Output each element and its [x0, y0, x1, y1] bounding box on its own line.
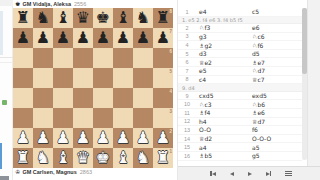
- square-b1[interactable]: ♞: [33, 148, 53, 168]
- square-a4[interactable]: [13, 88, 33, 108]
- square-d2[interactable]: ♟: [73, 128, 93, 148]
- white-move[interactable]: O-O: [196, 126, 252, 133]
- black-move[interactable]: ♗e6: [252, 109, 302, 116]
- square-b2[interactable]: ♟: [33, 128, 53, 148]
- move-number: 13: [178, 127, 196, 133]
- square-e4[interactable]: [93, 88, 113, 108]
- white-move[interactable]: ♕d2: [196, 135, 252, 142]
- white-move[interactable]: ♘f3: [196, 24, 252, 31]
- square-h1[interactable]: ♜1: [153, 148, 173, 168]
- move-row: 16♗b5g5: [178, 152, 302, 161]
- piece-black-rook: ♜: [16, 8, 30, 28]
- variation-line[interactable]: 9. d4: [178, 84, 302, 92]
- live-indicator-icon: [2, 100, 7, 105]
- piece-white-rook: ♜: [16, 148, 30, 168]
- top-player-bar: ♚ GM Vidalja, Aleksa 2556: [13, 0, 173, 8]
- move-number: 11: [178, 110, 196, 116]
- move-list-panel: 1e4c51. e5 2. f4 e6 3. f4 b5 f52♘f3e63g3…: [177, 0, 320, 180]
- square-d7[interactable]: ♟: [73, 28, 93, 48]
- square-b3[interactable]: [33, 108, 53, 128]
- square-b7[interactable]: ♟: [33, 28, 53, 48]
- square-g4[interactable]: [133, 88, 153, 108]
- square-b8[interactable]: ♞: [33, 8, 53, 28]
- white-move[interactable]: ♗b5: [196, 152, 252, 159]
- skip-to-start-icon[interactable]: [210, 170, 216, 178]
- white-move[interactable]: a4: [196, 144, 252, 151]
- square-h8[interactable]: ♜8: [153, 8, 173, 28]
- black-move[interactable]: g5: [252, 152, 302, 159]
- piece-white-pawn: ♟: [36, 128, 50, 148]
- square-c3[interactable]: [53, 108, 73, 128]
- move-number: 2: [178, 25, 196, 31]
- move-row: 12h4♕d7: [178, 118, 302, 127]
- move-number: 10: [178, 101, 196, 107]
- piece-white-queen: ♛: [76, 148, 90, 168]
- right-gutter: [307, 0, 320, 180]
- square-f1[interactable]: ♝: [113, 148, 133, 168]
- piece-white-bishop: ♝: [116, 148, 130, 168]
- move-list: 1e4c51. e5 2. f4 e6 3. f4 b5 f52♘f3e63g3…: [178, 8, 302, 161]
- white-move[interactable]: d3: [196, 50, 252, 57]
- piece-white-king: ♚: [96, 148, 110, 168]
- divider: [0, 57, 13, 58]
- piece-black-pawn: ♟: [16, 28, 30, 48]
- square-a8[interactable]: ♜: [13, 8, 33, 28]
- square-c1[interactable]: ♝: [53, 148, 73, 168]
- square-f2[interactable]: ♟: [113, 128, 133, 148]
- square-c4[interactable]: [53, 88, 73, 108]
- black-king-icon: ♚: [15, 0, 20, 8]
- rank-coordinate: 7: [169, 29, 172, 34]
- left-panel-footer: [0, 176, 9, 180]
- black-move[interactable]: a5: [252, 144, 302, 151]
- black-move[interactable]: ♘b6: [252, 101, 302, 108]
- square-g3[interactable]: [133, 108, 153, 128]
- move-number: 1: [178, 9, 196, 15]
- menu-icon[interactable]: [285, 170, 292, 178]
- white-move[interactable]: c4: [196, 76, 252, 83]
- square-c2[interactable]: ♟: [53, 128, 73, 148]
- square-d1[interactable]: ♛: [73, 148, 93, 168]
- white-move[interactable]: e4: [196, 8, 252, 15]
- square-e3[interactable]: [93, 108, 113, 128]
- move-nav-bar: [178, 166, 320, 180]
- square-f3[interactable]: [113, 108, 133, 128]
- previous-icon[interactable]: [230, 170, 234, 178]
- variation-line[interactable]: 1. e5 2. f4 e6 3. f4 b5 f5: [178, 17, 302, 25]
- move-row: 8c4♕c7: [178, 76, 302, 85]
- black-move[interactable]: ♕c7: [252, 76, 302, 83]
- square-f7[interactable]: ♟: [113, 28, 133, 48]
- black-move[interactable]: O-O-O: [252, 135, 302, 142]
- move-row: 11♗f4♗e6: [178, 109, 302, 118]
- move-row: 7e5♘d7: [178, 67, 302, 76]
- scrollbar[interactable]: [302, 8, 307, 160]
- piece-black-knight: ♞: [36, 8, 50, 28]
- left-panel-header: [0, 0, 13, 6]
- top-player-name: GM Vidalja, Aleksa: [22, 1, 71, 7]
- white-move[interactable]: cxd5: [196, 92, 252, 99]
- move-number: 16: [178, 153, 196, 159]
- square-a3[interactable]: [13, 108, 33, 128]
- piece-white-pawn: ♟: [16, 128, 30, 148]
- black-move[interactable]: ♕d7: [252, 118, 302, 125]
- square-g1[interactable]: ♞: [133, 148, 153, 168]
- white-move[interactable]: h4: [196, 118, 252, 125]
- piece-black-pawn: ♟: [56, 28, 70, 48]
- black-move[interactable]: ♘d7: [252, 67, 302, 74]
- piece-black-pawn: ♟: [136, 28, 150, 48]
- piece-black-king: ♚: [96, 8, 110, 28]
- piece-white-pawn: ♟: [76, 128, 90, 148]
- white-move[interactable]: ♗g2: [196, 42, 252, 49]
- move-number: 8: [178, 76, 196, 82]
- square-h6[interactable]: 6: [153, 48, 173, 68]
- square-h3[interactable]: 3: [153, 108, 173, 128]
- move-row: 6♕e2♗e7: [178, 58, 302, 67]
- white-king-icon: ♔: [15, 168, 20, 176]
- black-move[interactable]: d5: [252, 50, 302, 57]
- piece-black-pawn: ♟: [116, 28, 130, 48]
- square-d4[interactable]: [73, 88, 93, 108]
- square-e1[interactable]: ♚: [93, 148, 113, 168]
- square-g5[interactable]: [133, 68, 153, 88]
- move-row: 13O-Of6: [178, 126, 302, 135]
- move-row: 4♗g2♘f6: [178, 41, 302, 50]
- square-d6[interactable]: [73, 48, 93, 68]
- rank-coordinate: 5: [169, 69, 172, 74]
- square-h5[interactable]: 5: [153, 68, 173, 88]
- move-number: 9: [178, 93, 196, 99]
- square-g6[interactable]: [133, 48, 153, 68]
- bottom-player-rating: 2863: [80, 169, 92, 175]
- piece-black-bishop: ♝: [116, 8, 130, 28]
- square-h2[interactable]: ♟2: [153, 128, 173, 148]
- accent-bar: [0, 143, 2, 169]
- piece-white-rook: ♜: [156, 148, 170, 168]
- chess-board[interactable]: ♜♞♝♛♚♝♞♜8♟♟♟♟♟♟♟♟76543♟♟♟♟♟♟♟♟2♜♞♝♛♚♝♞♜1: [13, 8, 173, 168]
- square-f4[interactable]: [113, 88, 133, 108]
- square-a5[interactable]: [13, 68, 33, 88]
- square-c5[interactable]: [53, 68, 73, 88]
- square-f8[interactable]: ♝: [113, 8, 133, 28]
- move-number: 4: [178, 42, 196, 48]
- square-a6[interactable]: [13, 48, 33, 68]
- piece-white-pawn: ♟: [136, 128, 150, 148]
- square-c6[interactable]: [53, 48, 73, 68]
- rank-coordinate: 3: [169, 109, 172, 114]
- white-move[interactable]: g3: [196, 33, 252, 40]
- piece-black-rook: ♜: [156, 8, 170, 28]
- move-row: 9cxd5exd5: [178, 92, 302, 101]
- black-move[interactable]: f6: [252, 126, 302, 133]
- square-f5[interactable]: [113, 68, 133, 88]
- piece-white-pawn: ♟: [56, 128, 70, 148]
- rank-coordinate: 1: [169, 149, 172, 154]
- piece-black-knight: ♞: [136, 8, 150, 28]
- square-c8[interactable]: ♝: [53, 8, 73, 28]
- rank-coordinate: 8: [169, 9, 172, 14]
- move-row: 15a4a5: [178, 143, 302, 152]
- piece-black-pawn: ♟: [156, 28, 170, 48]
- piece-black-bishop: ♝: [56, 8, 70, 28]
- piece-black-queen: ♛: [76, 8, 90, 28]
- black-move[interactable]: e6: [252, 24, 302, 31]
- divider: [0, 62, 13, 63]
- square-e2[interactable]: ♟: [93, 128, 113, 148]
- move-number: 12: [178, 118, 196, 124]
- white-move[interactable]: e5: [196, 67, 252, 74]
- piece-white-pawn: ♟: [156, 128, 170, 148]
- white-move[interactable]: ♕e2: [196, 59, 252, 66]
- square-e6[interactable]: [93, 48, 113, 68]
- square-g8[interactable]: ♞: [133, 8, 153, 28]
- black-move[interactable]: ♗e7: [252, 59, 302, 66]
- square-a2[interactable]: ♟: [13, 128, 33, 148]
- square-h7[interactable]: ♟7: [153, 28, 173, 48]
- piece-black-pawn: ♟: [96, 28, 110, 48]
- left-panel: [0, 0, 13, 180]
- left-panel-selection: [0, 11, 3, 55]
- move-row: 2♘f3e6: [178, 24, 302, 33]
- move-row: 5d3d5: [178, 50, 302, 59]
- next-icon[interactable]: [248, 170, 252, 178]
- square-g7[interactable]: ♟: [133, 28, 153, 48]
- square-f6[interactable]: [113, 48, 133, 68]
- square-b5[interactable]: [33, 68, 53, 88]
- square-a7[interactable]: ♟: [13, 28, 33, 48]
- square-e7[interactable]: ♟: [93, 28, 113, 48]
- black-move[interactable]: ♘c6: [252, 33, 302, 40]
- move-number: 15: [178, 144, 196, 150]
- rank-coordinate: 2: [169, 129, 172, 134]
- rank-coordinate: 6: [169, 49, 172, 54]
- square-c7[interactable]: ♟: [53, 28, 73, 48]
- square-b4[interactable]: [33, 88, 53, 108]
- scrollbar-thumb[interactable]: [302, 8, 307, 74]
- move-row: 1e4c5: [178, 8, 302, 17]
- move-number: 5: [178, 51, 196, 57]
- piece-black-pawn: ♟: [76, 28, 90, 48]
- white-move[interactable]: ♘c3: [196, 101, 252, 108]
- bottom-player-name: GM Carlsen, Magnus: [22, 169, 76, 175]
- black-move[interactable]: exd5: [252, 92, 302, 99]
- piece-white-pawn: ♟: [96, 128, 110, 148]
- square-b6[interactable]: [33, 48, 53, 68]
- piece-white-knight: ♞: [136, 148, 150, 168]
- move-number: 3: [178, 33, 196, 39]
- square-e8[interactable]: ♚: [93, 8, 113, 28]
- piece-white-pawn: ♟: [116, 128, 130, 148]
- rank-coordinate: 4: [169, 89, 172, 94]
- square-h4[interactable]: 4: [153, 88, 173, 108]
- square-g2[interactable]: ♟: [133, 128, 153, 148]
- square-a1[interactable]: ♜: [13, 148, 33, 168]
- move-number: 7: [178, 68, 196, 74]
- square-d8[interactable]: ♛: [73, 8, 93, 28]
- move-row: 14♕d2O-O-O: [178, 135, 302, 144]
- white-move[interactable]: ♗f4: [196, 109, 252, 116]
- piece-white-knight: ♞: [36, 148, 50, 168]
- top-player-rating: 2556: [74, 1, 86, 7]
- move-number: 14: [178, 136, 196, 142]
- piece-black-pawn: ♟: [36, 28, 50, 48]
- square-e5[interactable]: [93, 68, 113, 88]
- piece-palette: ♟♞♝♜♛♚: [13, 176, 173, 180]
- black-move[interactable]: c5: [252, 8, 302, 15]
- bottom-player-bar: ♔ GM Carlsen, Magnus 2863: [13, 168, 173, 176]
- move-row: 10♘c3♘b6: [178, 100, 302, 109]
- square-d5[interactable]: [73, 68, 93, 88]
- piece-white-bishop: ♝: [56, 148, 70, 168]
- square-d3[interactable]: [73, 108, 93, 128]
- skip-to-end-icon[interactable]: [266, 170, 272, 178]
- black-move[interactable]: ♘f6: [252, 42, 302, 49]
- move-number: 6: [178, 59, 196, 65]
- move-row: 3g3♘c6: [178, 33, 302, 42]
